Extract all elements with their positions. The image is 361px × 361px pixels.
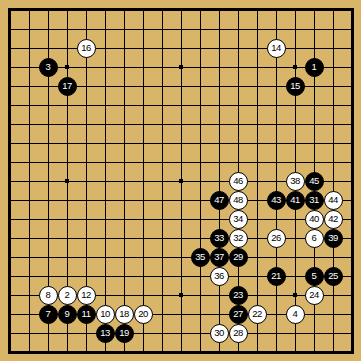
stone-8-white: 8: [39, 286, 58, 305]
stone-2-white: 2: [58, 286, 77, 305]
stone-38-white: 38: [286, 172, 305, 191]
grid-line-v: [200, 10, 201, 353]
stone-25-black: 25: [324, 267, 343, 286]
stone-43-black: 43: [267, 191, 286, 210]
stone-20-white: 20: [134, 305, 153, 324]
star-point: [179, 179, 183, 183]
stone-13-black: 13: [96, 324, 115, 343]
stone-9-black: 9: [58, 305, 77, 324]
stone-12-white: 12: [77, 286, 96, 305]
stone-19-black: 19: [115, 324, 134, 343]
stone-27-black: 27: [229, 305, 248, 324]
stone-15-black: 15: [286, 77, 305, 96]
stone-44-white: 44: [324, 191, 343, 210]
stone-37-black: 37: [210, 248, 229, 267]
stone-23-black: 23: [229, 286, 248, 305]
stone-11-black: 11: [77, 305, 96, 324]
stone-4-white: 4: [286, 305, 305, 324]
grid-line-v: [219, 10, 220, 353]
go-diagram-screenshot: 1234567891011121314151617181920212223242…: [0, 0, 361, 361]
stone-48-white: 48: [229, 191, 248, 210]
grid-line-v: [276, 10, 277, 353]
stone-6-white: 6: [305, 229, 324, 248]
stone-34-white: 34: [229, 210, 248, 229]
stone-30-white: 30: [210, 324, 229, 343]
stone-41-black: 41: [286, 191, 305, 210]
stone-5-black: 5: [305, 267, 324, 286]
star-point: [179, 65, 183, 69]
stone-1-black: 1: [305, 58, 324, 77]
go-board[interactable]: 1234567891011121314151617181920212223242…: [0, 0, 361, 361]
grid-line-h: [10, 333, 353, 334]
stone-28-white: 28: [229, 324, 248, 343]
stone-40-white: 40: [305, 210, 324, 229]
grid-line-v: [257, 10, 258, 353]
star-point: [293, 293, 297, 297]
stone-18-white: 18: [115, 305, 134, 324]
grid-line-h: [10, 257, 353, 258]
stone-46-white: 46: [229, 172, 248, 191]
stone-33-black: 33: [210, 229, 229, 248]
stone-39-black: 39: [324, 229, 343, 248]
grid-line-v: [333, 10, 334, 353]
stone-14-white: 14: [267, 39, 286, 58]
stone-47-black: 47: [210, 191, 229, 210]
stone-31-black: 31: [305, 191, 324, 210]
stone-24-white: 24: [305, 286, 324, 305]
star-point: [293, 65, 297, 69]
stone-7-black: 7: [39, 305, 58, 324]
star-point: [179, 293, 183, 297]
grid-line-h: [10, 219, 353, 220]
stone-22-white: 22: [248, 305, 267, 324]
stone-45-black: 45: [305, 172, 324, 191]
stone-42-white: 42: [324, 210, 343, 229]
stone-32-white: 32: [229, 229, 248, 248]
stone-26-white: 26: [267, 229, 286, 248]
stone-21-black: 21: [267, 267, 286, 286]
grid-line-h: [10, 276, 353, 277]
star-point: [65, 65, 69, 69]
stone-35-black: 35: [191, 248, 210, 267]
stone-17-black: 17: [58, 77, 77, 96]
stone-3-black: 3: [39, 58, 58, 77]
stone-10-white: 10: [96, 305, 115, 324]
star-point: [65, 179, 69, 183]
grid-line-h: [10, 238, 353, 239]
stone-16-white: 16: [77, 39, 96, 58]
stone-36-white: 36: [210, 267, 229, 286]
stone-29-black: 29: [229, 248, 248, 267]
